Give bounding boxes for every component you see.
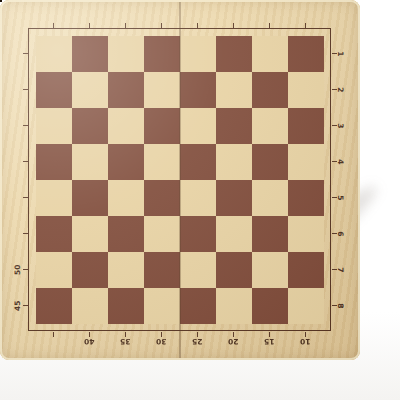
piece-black-h8[interactable]	[0, 0, 2, 2]
product-photo-scene: 12345678101520253035404550	[0, 0, 400, 400]
pieces-layer	[0, 0, 400, 400]
